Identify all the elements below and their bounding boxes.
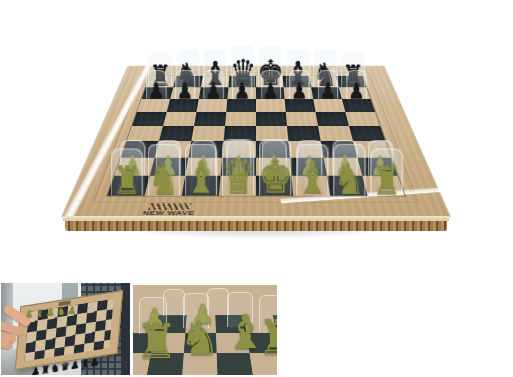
square-g6 (313, 99, 345, 112)
square-d7: ♟ (227, 87, 256, 99)
square-g1: ♞ (327, 176, 368, 196)
black-pawn: ♟ (205, 81, 221, 101)
square-h6 (342, 99, 375, 112)
white-bishop: ♝ (295, 158, 328, 199)
square-c4 (191, 126, 225, 141)
acrylic-stand: ♟ (146, 70, 166, 99)
square-f5 (286, 112, 318, 126)
square-f4 (287, 126, 321, 141)
acrylic-stand: ♟ (260, 70, 280, 99)
product-photo-collage: NEW WAVE ♜♞♝♛♚♝♞♜♟♟♟♟♟♟♟♟♟♟♟♟♟♟♟♟♜♞♝♛♚♝♞… (0, 0, 513, 377)
square-g7: ♟ (311, 87, 342, 99)
square-g4 (318, 126, 353, 141)
square-b6 (167, 99, 199, 112)
white-bishop: ♝ (184, 158, 217, 199)
acrylic-stand: ♜ (110, 148, 142, 195)
acrylic-stand: ♟ (289, 70, 309, 99)
white-rook: ♜ (112, 162, 141, 198)
acrylic-stand: ♝ (295, 144, 327, 195)
square-d1: ♛ (219, 176, 256, 196)
square-e1: ♚ (256, 176, 293, 196)
square-e7: ♟ (256, 87, 285, 99)
black-pawn: ♟ (148, 81, 164, 101)
square-d5 (225, 112, 256, 126)
square-f7: ♟ (284, 87, 314, 99)
board-3d-stage: NEW WAVE ♜♞♝♛♚♝♞♜♟♟♟♟♟♟♟♟♟♟♟♟♟♟♟♟♜♞♝♛♚♝♞… (62, 66, 450, 217)
square-b5 (163, 112, 196, 126)
square-c1: ♝ (182, 176, 221, 196)
acrylic-stand: ♛ (221, 139, 253, 195)
square-h5 (345, 112, 380, 126)
square-f6 (285, 99, 316, 112)
square-b1: ♞ (145, 176, 186, 196)
black-pawn: ♟ (348, 81, 364, 101)
square-f1: ♝ (291, 176, 330, 196)
square-c5 (194, 112, 226, 126)
main-product-photo: NEW WAVE ♜♞♝♛♚♝♞♜♟♟♟♟♟♟♟♟♟♟♟♟♟♟♟♟♜♞♝♛♚♝♞… (0, 0, 513, 280)
black-pawn: ♟ (176, 81, 192, 101)
cardboard-base: NEW WAVE ♜♞♝♛♚♝♞♜♟♟♟♟♟♟♟♟♟♟♟♟♟♟♟♟♜♞♝♛♚♝♞… (62, 66, 450, 217)
square-a5 (132, 112, 167, 126)
square-b4 (159, 126, 194, 141)
white-knight: ♞ (333, 159, 365, 199)
black-pawn: ♟ (262, 81, 278, 101)
logo-mark-icon (148, 203, 191, 209)
white-rook: ♜ (257, 313, 277, 361)
square-h7: ♟ (339, 87, 371, 99)
square-e5 (256, 112, 287, 126)
acrylic-stand: ♞ (147, 144, 179, 195)
square-c7: ♟ (199, 87, 229, 99)
white-king: ♚ (257, 155, 292, 199)
acrylic-stand: ♚ (258, 139, 290, 195)
square-g5 (316, 112, 349, 126)
acrylic-stand: ♟ (232, 70, 252, 99)
acrylic-stand: ♜ (370, 148, 402, 195)
black-pawn: ♟ (291, 81, 307, 101)
square-a4 (127, 126, 163, 141)
white-queen: ♛ (220, 155, 255, 199)
square-b7: ♟ (170, 87, 201, 99)
acrylic-stand: ♝ (184, 144, 216, 195)
acrylic-stand: ♟ (346, 70, 366, 99)
acrylic-stand: ♞ (333, 144, 365, 195)
brand-name: NEW WAVE (135, 210, 201, 215)
brand-logo: NEW WAVE (135, 203, 202, 215)
thumbnail-pieces-closeup[interactable]: ♟ ♜ ♟ ♞ ♝ ♜ (133, 285, 277, 375)
square-a7: ♟ (141, 87, 173, 99)
square-c6 (196, 99, 227, 112)
acrylic-stand: ♟ (203, 70, 223, 99)
square-a1: ♜ (107, 176, 149, 196)
white-rook: ♜ (135, 317, 178, 365)
square-h1: ♜ (362, 176, 404, 196)
white-rook: ♜ (371, 162, 400, 198)
black-pawn: ♟ (234, 81, 250, 101)
thumbnail-hand-holding-board[interactable]: ♟♝♟♞♟ ♟♜♞♛♟♝♟ (1, 283, 130, 375)
square-e6 (256, 99, 286, 112)
acrylic-stand: ♟ (317, 70, 337, 99)
chessboard: ♜♞♝♛♚♝♞♜♟♟♟♟♟♟♟♟♟♟♟♟♟♟♟♟♜♞♝♛♚♝♞♜ (106, 76, 406, 197)
corrugated-edge (65, 221, 447, 231)
white-knight: ♞ (179, 315, 220, 361)
white-knight: ♞ (147, 159, 179, 199)
square-d6 (226, 99, 256, 112)
square-h4 (349, 126, 385, 141)
acrylic-stand: ♟ (174, 70, 194, 99)
square-a6 (137, 99, 170, 112)
black-pawn: ♟ (319, 81, 335, 101)
